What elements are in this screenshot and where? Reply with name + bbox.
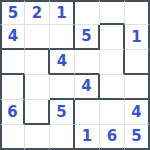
- cell-r2c3[interactable]: [50, 25, 75, 50]
- cell-r3c5[interactable]: [100, 50, 125, 75]
- cell-r3c4[interactable]: [75, 50, 100, 75]
- cell-r1c6[interactable]: [125, 0, 150, 25]
- given-cell-r3c3[interactable]: 4: [50, 50, 75, 75]
- cell-r5c4[interactable]: [75, 100, 100, 125]
- given-cell-r2c6[interactable]: 1: [125, 25, 150, 50]
- cell-r4c5[interactable]: [100, 75, 125, 100]
- given-cell-r5c3[interactable]: 5: [50, 100, 75, 125]
- cell-r4c2[interactable]: [25, 75, 50, 100]
- given-cell-r6c5[interactable]: 6: [100, 125, 125, 150]
- cell-r5c2[interactable]: [25, 100, 50, 125]
- cell-r5c5[interactable]: [100, 100, 125, 125]
- given-cell-r1c1[interactable]: 5: [0, 0, 25, 25]
- given-cell-r6c6[interactable]: 5: [125, 125, 150, 150]
- given-cell-r5c6[interactable]: 4: [125, 100, 150, 125]
- cell-r6c1[interactable]: [0, 125, 25, 150]
- cell-r6c2[interactable]: [25, 125, 50, 150]
- cell-r3c2[interactable]: [25, 50, 50, 75]
- cell-r2c5[interactable]: [100, 25, 125, 50]
- given-cell-r5c1[interactable]: 6: [0, 100, 25, 125]
- given-cell-r2c4[interactable]: 5: [75, 25, 100, 50]
- cell-r4c3[interactable]: [50, 75, 75, 100]
- given-cell-r4c4[interactable]: 4: [75, 75, 100, 100]
- cell-r6c3[interactable]: [50, 125, 75, 150]
- cell-r3c6[interactable]: [125, 50, 150, 75]
- given-cell-r1c3[interactable]: 1: [50, 0, 75, 25]
- cell-r3c1[interactable]: [0, 50, 25, 75]
- given-cell-r1c2[interactable]: 2: [25, 0, 50, 25]
- given-cell-r6c4[interactable]: 1: [75, 125, 100, 150]
- cell-r1c5[interactable]: [100, 0, 125, 25]
- given-cell-r2c1[interactable]: 4: [0, 25, 25, 50]
- cell-r4c6[interactable]: [125, 75, 150, 100]
- cell-r1c4[interactable]: [75, 0, 100, 25]
- cell-r4c1[interactable]: [0, 75, 25, 100]
- cell-r2c2[interactable]: [25, 25, 50, 50]
- sudoku-board: 52145144654165: [0, 0, 150, 150]
